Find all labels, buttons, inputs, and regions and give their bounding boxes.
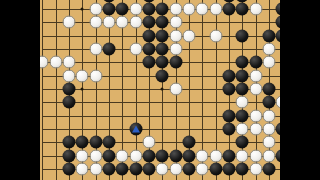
white-stone <box>116 16 129 29</box>
black-stone <box>222 149 235 162</box>
white-stone <box>169 43 182 56</box>
grid-line-vertical <box>42 0 43 180</box>
black-stone <box>222 162 235 175</box>
black-stone <box>116 162 129 175</box>
black-stone <box>89 136 102 149</box>
letterbox-bar-left <box>0 0 40 180</box>
black-stone <box>142 3 155 16</box>
black-stone <box>236 162 249 175</box>
black-stone <box>142 16 155 29</box>
white-stone <box>209 29 222 42</box>
white-stone <box>182 3 195 16</box>
black-stone <box>116 3 129 16</box>
black-stone <box>62 136 75 149</box>
black-stone <box>156 29 169 42</box>
black-stone <box>129 162 142 175</box>
black-stone <box>236 29 249 42</box>
white-stone <box>196 149 209 162</box>
white-stone <box>236 149 249 162</box>
white-stone <box>262 109 275 122</box>
black-stone <box>262 96 275 109</box>
white-stone <box>236 96 249 109</box>
white-stone <box>102 16 115 29</box>
black-stone <box>209 162 222 175</box>
grid-line-vertical <box>56 0 57 180</box>
white-stone <box>89 162 102 175</box>
white-stone <box>249 69 262 82</box>
black-stone <box>222 83 235 96</box>
white-stone <box>169 29 182 42</box>
white-stone <box>169 83 182 96</box>
black-stone <box>156 16 169 29</box>
black-stone <box>142 29 155 42</box>
black-stone <box>142 43 155 56</box>
white-stone <box>89 3 102 16</box>
black-stone <box>102 149 115 162</box>
black-stone <box>182 162 195 175</box>
go-game-frame <box>0 0 320 180</box>
white-stone <box>76 69 89 82</box>
black-stone <box>62 149 75 162</box>
white-stone <box>76 162 89 175</box>
white-stone <box>62 16 75 29</box>
black-stone <box>262 162 275 175</box>
black-stone <box>262 29 275 42</box>
black-stone <box>169 56 182 69</box>
white-stone <box>49 56 62 69</box>
black-stone <box>102 136 115 149</box>
black-stone <box>62 96 75 109</box>
white-stone <box>262 122 275 135</box>
black-stone <box>76 136 89 149</box>
white-stone <box>236 122 249 135</box>
black-stone <box>236 69 249 82</box>
black-stone <box>156 56 169 69</box>
black-stone <box>222 69 235 82</box>
white-stone <box>262 43 275 56</box>
black-stone <box>62 162 75 175</box>
white-stone <box>89 16 102 29</box>
white-stone <box>142 136 155 149</box>
white-stone <box>129 3 142 16</box>
star-point <box>81 8 84 11</box>
black-stone <box>236 83 249 96</box>
white-stone <box>209 3 222 16</box>
black-stone <box>182 149 195 162</box>
white-stone <box>62 69 75 82</box>
black-stone <box>102 162 115 175</box>
white-stone <box>89 43 102 56</box>
letterbox-bar-right <box>280 0 320 180</box>
black-stone <box>156 69 169 82</box>
black-stone <box>142 162 155 175</box>
last-move-triangle-marker <box>132 125 140 132</box>
white-stone <box>40 56 49 69</box>
black-stone <box>236 3 249 16</box>
white-stone <box>249 3 262 16</box>
black-stone <box>156 43 169 56</box>
black-stone <box>142 56 155 69</box>
black-stone <box>156 3 169 16</box>
black-stone <box>169 149 182 162</box>
star-point <box>81 88 84 91</box>
white-stone <box>209 149 222 162</box>
black-stone <box>142 149 155 162</box>
white-stone <box>262 56 275 69</box>
black-stone <box>222 109 235 122</box>
white-stone <box>76 149 89 162</box>
white-stone <box>182 29 195 42</box>
black-stone <box>249 56 262 69</box>
white-stone <box>129 149 142 162</box>
white-stone <box>156 162 169 175</box>
star-point <box>161 88 164 91</box>
white-stone <box>62 56 75 69</box>
white-stone <box>129 43 142 56</box>
black-stone <box>156 149 169 162</box>
white-stone <box>249 149 262 162</box>
black-stone <box>262 83 275 96</box>
black-stone <box>236 56 249 69</box>
black-stone <box>236 109 249 122</box>
black-stone <box>182 136 195 149</box>
white-stone <box>249 122 262 135</box>
white-stone <box>169 162 182 175</box>
white-stone <box>196 162 209 175</box>
white-stone <box>249 162 262 175</box>
white-stone <box>116 149 129 162</box>
white-stone <box>169 3 182 16</box>
white-stone <box>169 16 182 29</box>
black-stone <box>62 83 75 96</box>
white-stone <box>249 83 262 96</box>
black-stone <box>102 43 115 56</box>
black-stone <box>222 122 235 135</box>
black-stone <box>102 3 115 16</box>
white-stone <box>262 149 275 162</box>
go-board[interactable] <box>40 0 281 180</box>
white-stone <box>196 3 209 16</box>
white-stone <box>249 109 262 122</box>
white-stone <box>262 136 275 149</box>
black-stone <box>222 3 235 16</box>
white-stone <box>129 16 142 29</box>
white-stone <box>89 69 102 82</box>
white-stone <box>89 149 102 162</box>
black-stone <box>236 136 249 149</box>
